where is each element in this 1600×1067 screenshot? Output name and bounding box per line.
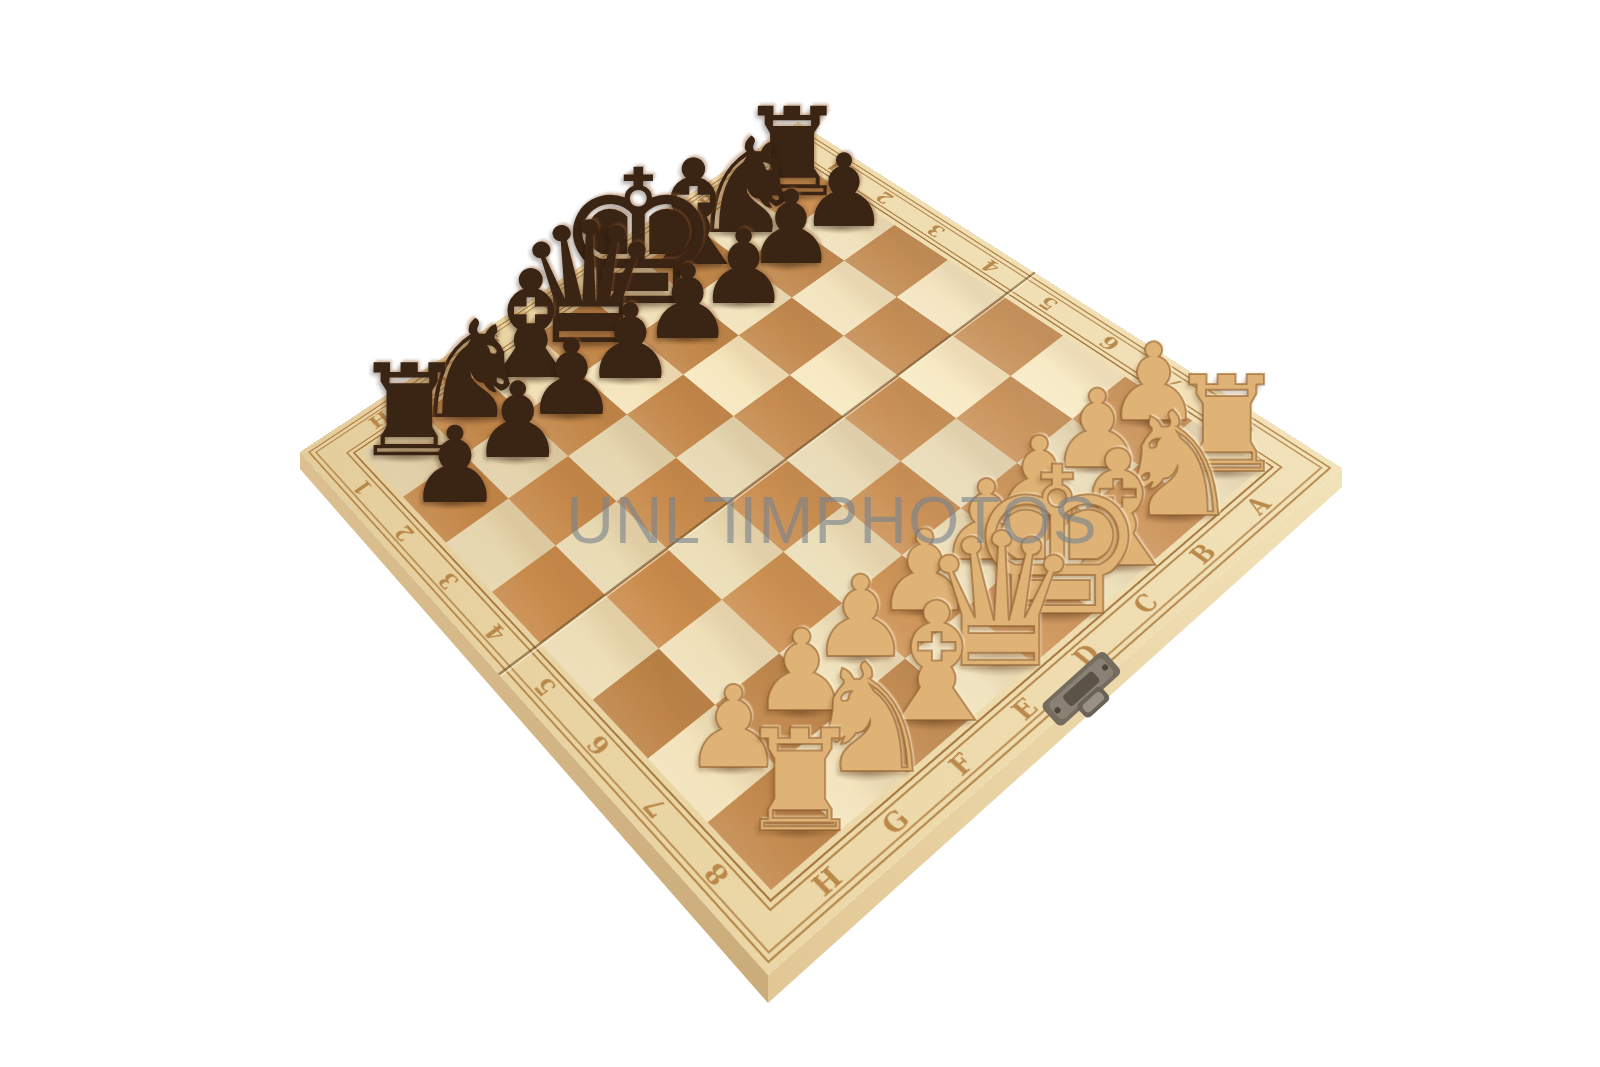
black-pawn[interactable]: ♟ (407, 413, 502, 519)
watermark-prefix: UNL (566, 483, 701, 557)
watermark-mark-icon: L (701, 482, 739, 558)
watermark-suffix: IMPHOTOS (739, 483, 1098, 557)
white-rook[interactable]: ♜ (737, 712, 863, 853)
watermark: UNLLIMPHOTOS (566, 482, 1098, 558)
photo-stage: HH11GG22FF33EE44DD55CC66BB77AA88 ♜♞♝♛♚♝♞… (0, 0, 1600, 1067)
